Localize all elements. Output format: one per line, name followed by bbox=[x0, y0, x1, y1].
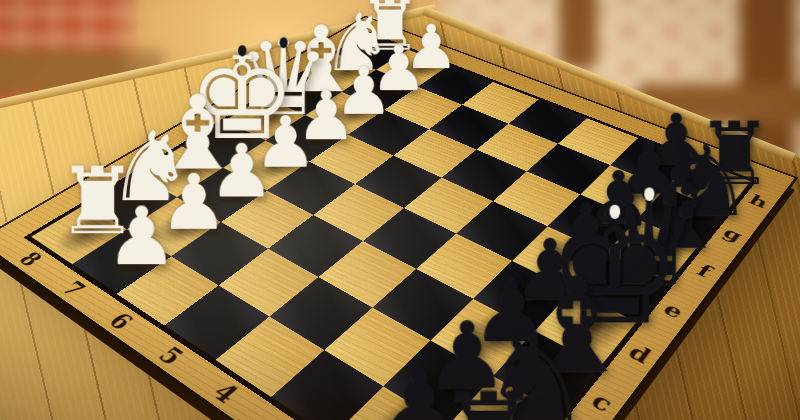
board-perspective-scene: 87654321 ♜♞♝♚♛♝♞♜♟♟♟♟♟♟♟♟♟♟♟♟♟♟♟♟♜♞♝♚♛♝♞… bbox=[0, 0, 800, 420]
scene-3d-chess: 87654321 ♜♞♝♚♛♝♞♜♟♟♟♟♟♟♟♟♟♟♟♟♟♟♟♟♜♞♝♚♛♝♞… bbox=[0, 0, 800, 420]
chess-board: 87654321 ♜♞♝♚♛♝♞♜♟♟♟♟♟♟♟♟♟♟♟♟♟♟♟♟♜♞♝♚♛♝♞… bbox=[0, 17, 795, 420]
black-rook[interactable]: ♜ bbox=[435, 383, 544, 420]
white-pawn[interactable]: ♟ bbox=[106, 199, 178, 273]
board-border-frame: 87654321 ♜♞♝♚♛♝♞♜♟♟♟♟♟♟♟♟♟♟♟♟♟♟♟♟♜♞♝♚♛♝♞… bbox=[0, 17, 795, 420]
square-d4[interactable] bbox=[363, 208, 456, 269]
